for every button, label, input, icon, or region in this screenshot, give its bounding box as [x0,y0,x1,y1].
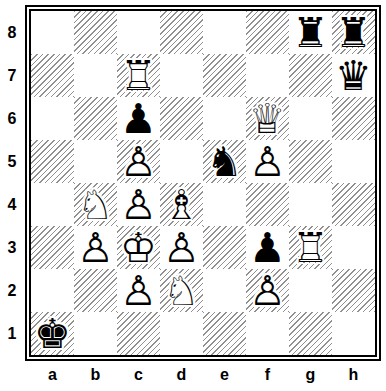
square-a2 [31,269,74,312]
square-b7 [74,54,117,97]
square-h3 [332,226,375,269]
square-a4 [31,183,74,226]
square-e1 [203,312,246,355]
piece-white-pawn: ♟♙ [74,226,117,269]
rank-label-7: 7 [0,54,24,97]
file-label-a: a [31,362,74,388]
square-h7: ♛♛ [332,54,375,97]
square-f7 [246,54,289,97]
square-b2 [74,269,117,312]
board-frame: ♜♜♜♜♜♖♛♛♟♟♛♕♟♙♞♞♟♙♞♘♟♙♝♗♟♙♚♔♟♙♟♟♜♖♟♙♞♘♟♙… [25,5,381,361]
rank-label-3: 3 [0,226,24,269]
chess-diagram: 87654321 ♜♜♜♜♜♖♛♛♟♟♛♕♟♙♞♞♟♙♞♘♟♙♝♗♟♙♚♔♟♙♟… [0,0,386,391]
square-d3: ♟♙ [160,226,203,269]
square-a7 [31,54,74,97]
square-g1 [289,312,332,355]
square-g2 [289,269,332,312]
square-b5 [74,140,117,183]
piece-black-pawn: ♟♟ [246,226,289,269]
piece-white-knight: ♞♘ [160,269,203,312]
square-e5: ♞♞ [203,140,246,183]
file-labels: abcdefgh [31,362,375,388]
square-a5 [31,140,74,183]
square-c4: ♟♙ [117,183,160,226]
square-e4 [203,183,246,226]
square-e3 [203,226,246,269]
file-label-d: d [160,362,203,388]
piece-white-pawn: ♟♙ [160,226,203,269]
square-h1 [332,312,375,355]
square-h4 [332,183,375,226]
rank-label-6: 6 [0,97,24,140]
piece-white-pawn: ♟♙ [117,269,160,312]
piece-black-pawn: ♟♟ [117,97,160,140]
square-d6 [160,97,203,140]
square-d2: ♞♘ [160,269,203,312]
file-label-f: f [246,362,289,388]
square-d7 [160,54,203,97]
file-label-e: e [203,362,246,388]
square-d5 [160,140,203,183]
rank-labels: 87654321 [0,11,24,355]
square-c7: ♜♖ [117,54,160,97]
rank-label-8: 8 [0,11,24,54]
square-f4 [246,183,289,226]
file-label-g: g [289,362,332,388]
file-label-h: h [332,362,375,388]
square-d4: ♝♗ [160,183,203,226]
piece-white-pawn: ♟♙ [117,183,160,226]
square-f6: ♛♕ [246,97,289,140]
piece-black-rook: ♜♜ [332,11,375,54]
piece-black-knight: ♞♞ [203,140,246,183]
file-label-c: c [117,362,160,388]
square-e6 [203,97,246,140]
piece-white-pawn: ♟♙ [246,269,289,312]
piece-white-rook: ♜♖ [289,226,332,269]
piece-white-knight: ♞♘ [74,183,117,226]
square-g5 [289,140,332,183]
square-h5 [332,140,375,183]
square-g8: ♜♜ [289,11,332,54]
square-b3: ♟♙ [74,226,117,269]
square-h2 [332,269,375,312]
piece-black-queen: ♛♛ [332,54,375,97]
square-c2: ♟♙ [117,269,160,312]
piece-white-rook: ♜♖ [117,54,160,97]
square-g6 [289,97,332,140]
square-e7 [203,54,246,97]
square-b4: ♞♘ [74,183,117,226]
rank-label-2: 2 [0,269,24,312]
square-f3: ♟♟ [246,226,289,269]
square-g7 [289,54,332,97]
piece-white-queen: ♛♕ [246,97,289,140]
piece-black-rook: ♜♜ [289,11,332,54]
square-b1 [74,312,117,355]
square-f5: ♟♙ [246,140,289,183]
piece-white-bishop: ♝♗ [160,183,203,226]
file-label-b: b [74,362,117,388]
piece-white-king: ♚♔ [117,226,160,269]
square-c3: ♚♔ [117,226,160,269]
square-h6 [332,97,375,140]
square-c8 [117,11,160,54]
square-a3 [31,226,74,269]
square-c5: ♟♙ [117,140,160,183]
square-d8 [160,11,203,54]
square-f2: ♟♙ [246,269,289,312]
square-d1 [160,312,203,355]
board-inner-border: ♜♜♜♜♜♖♛♛♟♟♛♕♟♙♞♞♟♙♞♘♟♙♝♗♟♙♚♔♟♙♟♟♜♖♟♙♞♘♟♙… [29,9,377,357]
square-b6 [74,97,117,140]
square-f8 [246,11,289,54]
square-e8 [203,11,246,54]
square-e2 [203,269,246,312]
piece-white-pawn: ♟♙ [117,140,160,183]
square-a1: ♚♚ [31,312,74,355]
square-f1 [246,312,289,355]
square-g4 [289,183,332,226]
square-b8 [74,11,117,54]
square-g3: ♜♖ [289,226,332,269]
rank-label-5: 5 [0,140,24,183]
piece-black-king: ♚♚ [31,312,74,355]
rank-label-4: 4 [0,183,24,226]
rank-label-1: 1 [0,312,24,355]
square-h8: ♜♜ [332,11,375,54]
chess-board: ♜♜♜♜♜♖♛♛♟♟♛♕♟♙♞♞♟♙♞♘♟♙♝♗♟♙♚♔♟♙♟♟♜♖♟♙♞♘♟♙… [31,11,375,355]
square-c6: ♟♟ [117,97,160,140]
square-c1 [117,312,160,355]
piece-white-pawn: ♟♙ [246,140,289,183]
square-a8 [31,11,74,54]
square-a6 [31,97,74,140]
